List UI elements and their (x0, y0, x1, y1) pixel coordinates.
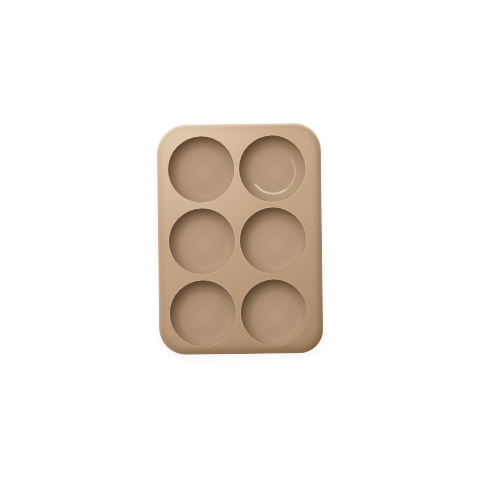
muffin-cup (170, 280, 237, 347)
muffin-cup (239, 135, 306, 202)
product-photo (0, 0, 480, 480)
muffin-cup-grid (168, 135, 308, 347)
muffin-cup (240, 207, 307, 274)
muffin-cup (241, 279, 308, 346)
muffin-cup (169, 208, 236, 275)
muffin-cup (168, 136, 235, 203)
muffin-pan (157, 123, 324, 355)
